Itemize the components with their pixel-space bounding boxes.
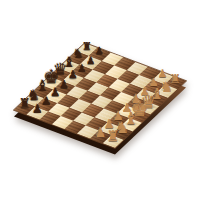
- piece-white-pawn-h2[interactable]: ♟: [95, 127, 106, 140]
- piece-black-pawn-h7[interactable]: ♟: [32, 103, 43, 115]
- piece-black-pawn-a7[interactable]: ♟: [95, 46, 104, 56]
- piece-black-pawn-f7[interactable]: ♟: [50, 87, 60, 98]
- piece-black-pawn-b7[interactable]: ♟: [86, 55, 95, 65]
- chess-set-photo: ♜♞♝♛♚♝♞♜♟♟♟♟♟♟♟♟♟♟♟♟♟♟♟♟♜♞♝♛♚♝♞♜: [0, 0, 200, 200]
- piece-black-pawn-e7[interactable]: ♟: [59, 79, 69, 90]
- piece-black-pawn-d7[interactable]: ♟: [68, 71, 78, 82]
- piece-white-rook-h1[interactable]: ♜: [107, 130, 120, 145]
- piece-black-pawn-c7[interactable]: ♟: [77, 63, 86, 74]
- piece-black-rook-h8[interactable]: ♜: [19, 97, 31, 110]
